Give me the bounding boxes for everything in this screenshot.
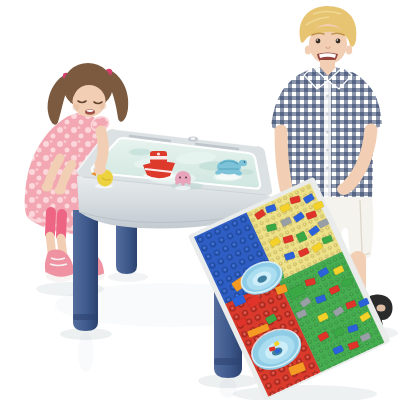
girl-blush bbox=[100, 103, 107, 110]
turtle-eye bbox=[244, 161, 246, 163]
product-photo-activity-table bbox=[0, 0, 400, 400]
octopus-wake bbox=[175, 186, 191, 190]
girl-legging-left bbox=[50, 212, 51, 234]
boy-eye-glint bbox=[316, 39, 318, 41]
boat-cabin-stripe bbox=[150, 156, 167, 160]
rim-cup-hole-inner bbox=[190, 137, 195, 140]
boy-arm-left bbox=[281, 131, 286, 188]
shirt-placket bbox=[324, 81, 331, 199]
leg-foot-band bbox=[73, 314, 98, 320]
boy-eye-glint bbox=[336, 39, 338, 41]
boy-hand-right bbox=[337, 183, 351, 195]
girl-teeth bbox=[87, 110, 94, 112]
boy-eye-right bbox=[336, 39, 341, 44]
leg-foot-band bbox=[214, 358, 242, 365]
girl-legging-right bbox=[61, 214, 62, 236]
table-leg-front-left bbox=[73, 210, 98, 331]
girl-arm-on-rim bbox=[100, 131, 103, 165]
girl-hand-on-knee bbox=[55, 186, 66, 195]
boat-window bbox=[157, 152, 160, 155]
octopus-eye bbox=[179, 177, 181, 179]
turtle-shell bbox=[217, 160, 241, 175]
girl-sneaker-front bbox=[45, 250, 75, 283]
scene-illustration bbox=[0, 0, 400, 400]
toy-octopus bbox=[175, 171, 191, 190]
octopus-eye bbox=[185, 177, 187, 179]
girl-hand-on-knee bbox=[42, 183, 53, 192]
girl-blush bbox=[73, 104, 80, 111]
boy-eye-left bbox=[316, 39, 321, 44]
